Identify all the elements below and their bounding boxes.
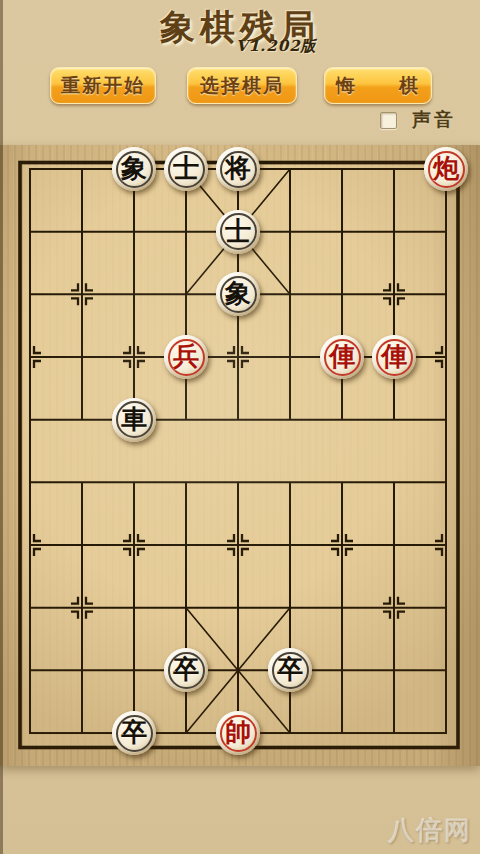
piece-ring: 帥	[220, 715, 257, 752]
piece-black-elephant-2[interactable]: 象	[216, 272, 260, 316]
piece-ring: 兵	[168, 339, 205, 376]
piece-black-advisor-2[interactable]: 士	[216, 210, 260, 254]
piece-ring: 象	[116, 151, 153, 188]
piece-glyph: 俥	[381, 343, 407, 369]
piece-glyph: 卒	[121, 719, 147, 745]
piece-glyph: 兵	[173, 343, 199, 369]
piece-glyph: 象	[225, 280, 251, 306]
piece-black-general[interactable]: 将	[216, 147, 260, 191]
pieces-layer: 象士将炮士象兵俥俥車卒卒卒帥	[0, 145, 480, 766]
piece-glyph: 炮	[433, 155, 459, 181]
piece-ring: 車	[116, 401, 153, 438]
piece-black-pawn-3[interactable]: 卒	[112, 711, 156, 755]
piece-glyph: 帥	[225, 719, 251, 745]
piece-red-cannon-1[interactable]: 炮	[424, 147, 468, 191]
piece-ring: 俥	[376, 339, 413, 376]
piece-glyph: 士	[225, 218, 251, 244]
restart-button[interactable]: 重新开始	[50, 67, 156, 104]
footer: 八倍网	[0, 766, 480, 854]
piece-red-pawn-1[interactable]: 兵	[164, 335, 208, 379]
watermark: 八倍网	[388, 813, 472, 848]
undo-move-button[interactable]: 悔 棋	[324, 67, 432, 104]
piece-ring: 俥	[324, 339, 361, 376]
piece-black-pawn-2[interactable]: 卒	[268, 648, 312, 692]
piece-glyph: 将	[225, 155, 251, 181]
piece-ring: 卒	[272, 652, 309, 689]
piece-red-general[interactable]: 帥	[216, 711, 260, 755]
piece-black-pawn-1[interactable]: 卒	[164, 648, 208, 692]
piece-glyph: 車	[121, 406, 147, 432]
sound-label: 声音	[412, 107, 456, 133]
piece-glyph: 俥	[329, 343, 355, 369]
piece-ring: 士	[168, 151, 205, 188]
header: 象棋残局 V1.202版 重新开始 选择棋局 悔 棋 声音	[0, 0, 480, 145]
sound-checkbox[interactable]	[380, 112, 397, 129]
piece-ring: 象	[220, 276, 257, 313]
piece-glyph: 卒	[173, 656, 199, 682]
piece-black-chariot-1[interactable]: 車	[112, 398, 156, 442]
piece-ring: 炮	[428, 151, 465, 188]
piece-glyph: 士	[173, 155, 199, 181]
piece-glyph: 象	[121, 155, 147, 181]
piece-glyph: 卒	[277, 656, 303, 682]
app-version: V1.202版	[236, 37, 317, 56]
piece-ring: 卒	[116, 715, 153, 752]
piece-red-chariot-2[interactable]: 俥	[372, 335, 416, 379]
piece-ring: 士	[220, 213, 257, 250]
piece-black-elephant-1[interactable]: 象	[112, 147, 156, 191]
xiangqi-board[interactable]: 象士将炮士象兵俥俥車卒卒卒帥	[0, 145, 480, 766]
piece-red-chariot-1[interactable]: 俥	[320, 335, 364, 379]
select-position-button[interactable]: 选择棋局	[187, 67, 297, 104]
piece-black-advisor-1[interactable]: 士	[164, 147, 208, 191]
piece-ring: 将	[220, 151, 257, 188]
sound-toggle-row: 声音	[380, 109, 456, 131]
piece-ring: 卒	[168, 652, 205, 689]
